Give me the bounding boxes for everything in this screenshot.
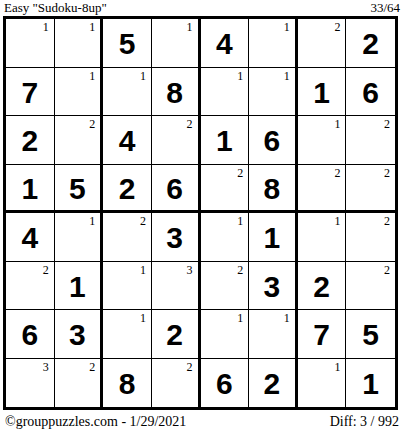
cell-r2c1[interactable]: 7 — [6, 68, 55, 117]
cell-r5c5[interactable]: 1 — [201, 213, 250, 262]
pencil-mark: 2 — [334, 20, 340, 34]
cell-value: 1 — [216, 123, 233, 156]
pencil-mark: 1 — [334, 214, 340, 228]
cell-r8c8[interactable]: 1 — [346, 359, 395, 408]
cell-value: 6 — [166, 171, 183, 204]
cell-r3c6[interactable]: 6 — [249, 116, 298, 165]
solved-counter: 33/64 — [370, 0, 400, 15]
pencil-mark: 3 — [43, 360, 49, 374]
cell-value: 5 — [69, 171, 86, 204]
cell-r6c2[interactable]: 1 — [55, 262, 104, 311]
pencil-mark: 1 — [284, 311, 290, 325]
cell-r1c8[interactable]: 2 — [346, 19, 395, 68]
cell-r1c7[interactable]: 2 — [298, 19, 347, 68]
cell-r1c1[interactable]: 1 — [6, 19, 55, 68]
cell-r6c1[interactable]: 2 — [6, 262, 55, 311]
cell-value: 8 — [119, 366, 136, 399]
pencil-mark: 1 — [237, 69, 243, 83]
cell-r3c8[interactable]: 2 — [346, 116, 395, 165]
pencil-mark: 1 — [284, 69, 290, 83]
cell-value: 2 — [313, 269, 330, 302]
cell-value: 1 — [313, 75, 330, 108]
cell-r5c2[interactable]: 1 — [55, 213, 104, 262]
cell-value: 4 — [216, 26, 233, 59]
cell-r2c3[interactable]: 1 — [103, 68, 152, 117]
cell-value: 3 — [69, 317, 86, 350]
cell-value: 1 — [264, 220, 281, 253]
pencil-mark: 1 — [89, 69, 95, 83]
cell-r7c3[interactable]: 1 — [103, 310, 152, 359]
cell-r3c7[interactable]: 1 — [298, 116, 347, 165]
cell-r3c4[interactable]: 2 — [152, 116, 201, 165]
pencil-mark: 2 — [384, 214, 390, 228]
pencil-mark: 1 — [140, 263, 146, 277]
cell-r8c6[interactable]: 2 — [249, 359, 298, 408]
cell-value: 1 — [69, 269, 86, 302]
cell-r6c4[interactable]: 3 — [152, 262, 201, 311]
pencil-mark: 2 — [237, 263, 243, 277]
cell-value: 4 — [21, 220, 38, 253]
cell-value: 2 — [119, 171, 136, 204]
pencil-mark: 2 — [237, 166, 243, 180]
pencil-mark: 1 — [43, 20, 49, 34]
cell-r5c3[interactable]: 2 — [103, 213, 152, 262]
pencil-mark: 1 — [284, 20, 290, 34]
pencil-mark: 1 — [237, 214, 243, 228]
cell-r7c5[interactable]: 1 — [201, 310, 250, 359]
cell-r2c4[interactable]: 8 — [152, 68, 201, 117]
cell-r1c4[interactable]: 1 — [152, 19, 201, 68]
cell-value: 5 — [119, 26, 136, 59]
cell-r5c6[interactable]: 1 — [249, 213, 298, 262]
pencil-mark: 1 — [187, 20, 193, 34]
cell-r4c4[interactable]: 6 — [152, 165, 201, 214]
cell-r3c3[interactable]: 4 — [103, 116, 152, 165]
cell-r4c7[interactable]: 2 — [298, 165, 347, 214]
cell-value: 3 — [166, 220, 183, 253]
cell-value: 6 — [264, 123, 281, 156]
cell-r7c6[interactable]: 1 — [249, 310, 298, 359]
cell-r2c5[interactable]: 1 — [201, 68, 250, 117]
cell-r8c5[interactable]: 6 — [201, 359, 250, 408]
cell-r8c7[interactable]: 1 — [298, 359, 347, 408]
cell-r1c2[interactable]: 1 — [55, 19, 104, 68]
pencil-mark: 2 — [43, 263, 49, 277]
pencil-mark: 1 — [140, 311, 146, 325]
pencil-mark: 1 — [237, 311, 243, 325]
cell-r2c7[interactable]: 1 — [298, 68, 347, 117]
cell-r5c8[interactable]: 2 — [346, 213, 395, 262]
pencil-mark: 2 — [384, 117, 390, 131]
cell-r2c2[interactable]: 1 — [55, 68, 104, 117]
cell-value: 1 — [21, 171, 38, 204]
cell-value: 1 — [362, 366, 379, 399]
pencil-mark: 1 — [89, 20, 95, 34]
cell-r7c1[interactable]: 6 — [6, 310, 55, 359]
cell-r8c4[interactable]: 2 — [152, 359, 201, 408]
cell-r2c6[interactable]: 1 — [249, 68, 298, 117]
page-title: Easy "Sudoku-8up" — [4, 0, 107, 15]
cell-r4c2[interactable]: 5 — [55, 165, 104, 214]
cell-value: 8 — [264, 171, 281, 204]
pencil-mark: 2 — [187, 117, 193, 131]
cell-r5c7[interactable]: 1 — [298, 213, 347, 262]
cell-value: 7 — [313, 317, 330, 350]
cell-r1c5[interactable]: 4 — [201, 19, 250, 68]
pencil-mark: 2 — [384, 166, 390, 180]
cell-value: 6 — [216, 366, 233, 399]
cell-r4c8[interactable]: 2 — [346, 165, 395, 214]
pencil-mark: 1 — [334, 117, 340, 131]
cell-r4c5[interactable]: 2 — [201, 165, 250, 214]
cell-value: 6 — [21, 317, 38, 350]
pencil-mark: 1 — [89, 214, 95, 228]
pencil-mark: 3 — [187, 263, 193, 277]
pencil-mark: 2 — [140, 214, 146, 228]
pencil-mark: 2 — [89, 360, 95, 374]
pencil-mark: 1 — [334, 360, 340, 374]
cell-r7c2[interactable]: 3 — [55, 310, 104, 359]
cell-r6c3[interactable]: 1 — [103, 262, 152, 311]
difficulty-text: Diff: 3 / 992 — [330, 413, 399, 430]
cell-r6c7[interactable]: 2 — [298, 262, 347, 311]
cell-r8c1[interactable]: 3 — [6, 359, 55, 408]
pencil-mark: 2 — [89, 117, 95, 131]
footer-bar: ©grouppuzzles.com - 1/29/2021 Diff: 3 / … — [5, 413, 399, 430]
cell-r6c6[interactable]: 3 — [249, 262, 298, 311]
cell-value: 2 — [21, 123, 38, 156]
cell-r3c5[interactable]: 1 — [201, 116, 250, 165]
cell-value: 5 — [362, 317, 379, 350]
cell-r7c4[interactable]: 2 — [152, 310, 201, 359]
header-bar: Easy "Sudoku-8up" 33/64 — [4, 0, 400, 15]
pencil-mark: 2 — [384, 263, 390, 277]
cell-value: 4 — [119, 123, 136, 156]
cell-value: 2 — [264, 366, 281, 399]
pencil-mark: 2 — [187, 360, 193, 374]
cell-r7c7[interactable]: 7 — [298, 310, 347, 359]
cell-r2c8[interactable]: 6 — [346, 68, 395, 117]
cell-value: 3 — [264, 269, 281, 302]
copyright-text: ©grouppuzzles.com - 1/29/2021 — [5, 413, 186, 430]
cell-r3c2[interactable]: 2 — [55, 116, 104, 165]
cell-r6c8[interactable]: 2 — [346, 262, 395, 311]
cell-r4c6[interactable]: 8 — [249, 165, 298, 214]
cell-r1c3[interactable]: 5 — [103, 19, 152, 68]
cell-value: 7 — [21, 75, 38, 108]
sudoku-board: 1151412271181116224216121526282241231112… — [3, 16, 398, 410]
cell-r5c1[interactable]: 4 — [6, 213, 55, 262]
cell-r3c1[interactable]: 2 — [6, 116, 55, 165]
cell-r7c8[interactable]: 5 — [346, 310, 395, 359]
cell-value: 6 — [362, 75, 379, 108]
cell-value: 8 — [166, 75, 183, 108]
cell-r1c6[interactable]: 1 — [249, 19, 298, 68]
cell-r5c4[interactable]: 3 — [152, 213, 201, 262]
cell-r4c3[interactable]: 2 — [103, 165, 152, 214]
cell-r4c1[interactable]: 1 — [6, 165, 55, 214]
cell-r8c2[interactable]: 2 — [55, 359, 104, 408]
cell-r6c5[interactable]: 2 — [201, 262, 250, 311]
pencil-mark: 2 — [334, 166, 340, 180]
cell-value: 2 — [166, 317, 183, 350]
pencil-mark: 1 — [140, 69, 146, 83]
cell-r8c3[interactable]: 8 — [103, 359, 152, 408]
cell-value: 2 — [362, 26, 379, 59]
